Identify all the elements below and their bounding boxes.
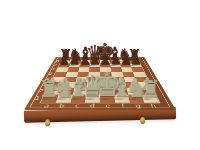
file-labels: abcdefgh <box>38 103 163 108</box>
file-label-e: e <box>100 103 116 108</box>
file-label-f: f <box>115 103 131 108</box>
brass-latch-right <box>140 117 145 124</box>
board-grid: ♜♞♝♛♚♝♞♜♟♟♟♟♟♟♟♟♟♟♟♟♟♟♟♟♜♞♝♛♚♝♞♜ <box>41 60 160 103</box>
chess-set-photo: ♜♞♝♛♚♝♞♜♟♟♟♟♟♟♟♟♟♟♟♟♟♟♟♟♜♞♝♛♚♝♞♜ abcdefg… <box>0 0 200 150</box>
chess-board: ♜♞♝♛♚♝♞♜♟♟♟♟♟♟♟♟♟♟♟♟♟♟♟♟♜♞♝♛♚♝♞♜ abcdefg… <box>24 57 176 110</box>
square-h1: ♜ <box>142 95 160 103</box>
file-label-d: d <box>84 103 100 108</box>
brass-latch-left <box>45 119 50 126</box>
file-label-h: h <box>145 103 162 108</box>
piece-black-pawn-h7: ♟ <box>122 53 149 66</box>
file-label-b: b <box>53 103 70 108</box>
file-label-c: c <box>69 103 85 108</box>
piece-white-king-e1: ♚ <box>88 68 127 102</box>
square-e1: ♚ <box>100 95 115 103</box>
